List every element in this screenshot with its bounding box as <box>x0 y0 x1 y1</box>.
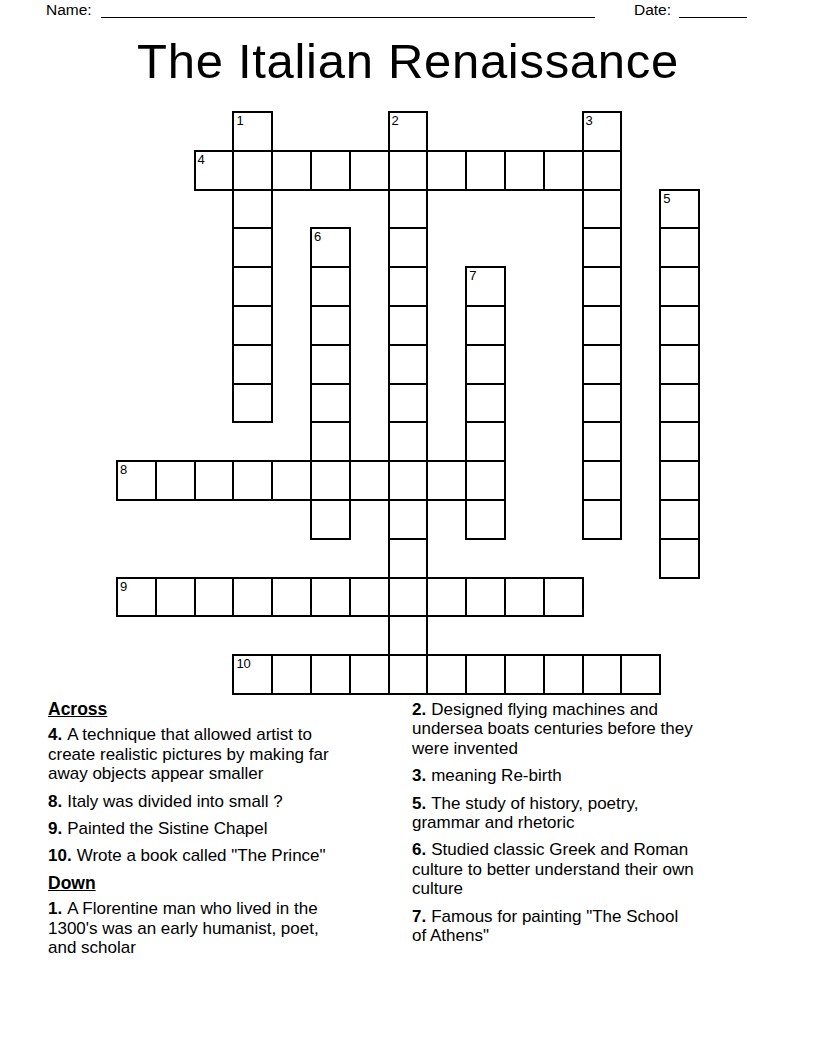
grid-cell-r7c3[interactable] <box>232 383 273 424</box>
clue-number-7: 7 <box>469 269 476 282</box>
grid-cell-r14c8[interactable] <box>426 654 467 695</box>
grid-cell-r14c6[interactable] <box>349 654 390 695</box>
grid-cell-r8c9[interactable] <box>465 421 506 462</box>
clue-number-8: 8 <box>120 463 127 476</box>
clue-text: A technique that allowed artist to creat… <box>48 725 329 783</box>
clue-number-label: 4. <box>48 725 62 744</box>
grid-cell-r2c7[interactable] <box>388 189 429 230</box>
grid-cell-r9c1[interactable] <box>155 460 196 501</box>
clue-number-label: 8. <box>48 792 62 811</box>
grid-cell-r12c9[interactable] <box>465 577 506 618</box>
grid-cell-r10c7[interactable] <box>388 499 429 540</box>
clues-column-right: 2.Designed flying machines and undersea … <box>412 700 804 953</box>
across-clue-9: 9.Painted the Sistine Chapel <box>48 819 406 838</box>
grid-cell-r10c5[interactable] <box>310 499 351 540</box>
clue-text: meaning Re-birth <box>431 766 561 785</box>
clue-number-label: 9. <box>48 819 62 838</box>
grid-cell-r9c12[interactable] <box>582 460 623 501</box>
grid-cell-r2c12[interactable] <box>582 189 623 230</box>
clue-number-10: 10 <box>236 657 250 670</box>
grid-cell-r4c12[interactable] <box>582 266 623 307</box>
grid-cell-r8c5[interactable] <box>310 421 351 462</box>
across-clues-list: 4.A technique that allowed artist to cre… <box>48 725 406 865</box>
grid-cell-r14c11[interactable] <box>543 654 584 695</box>
grid-cell-r10c12[interactable] <box>582 499 623 540</box>
clue-text: Famous for painting "The School of Athen… <box>412 907 678 945</box>
grid-cell-r6c7[interactable] <box>388 344 429 385</box>
clue-number-4: 4 <box>198 153 205 166</box>
grid-cell-r7c9[interactable] <box>465 383 506 424</box>
clue-number-2: 2 <box>392 114 399 127</box>
grid-cell-r6c14[interactable] <box>659 344 700 385</box>
clue-number-9: 9 <box>120 580 127 593</box>
grid-cell-r11c14[interactable] <box>659 538 700 579</box>
grid-cell-r9c6[interactable] <box>349 460 390 501</box>
clue-text: Italy was divided into small ? <box>67 792 282 811</box>
grid-cell-r5c7[interactable] <box>388 305 429 346</box>
grid-cell-r14c9[interactable] <box>465 654 506 695</box>
grid-cell-r14c13[interactable] <box>620 654 661 695</box>
grid-cell-r12c8[interactable] <box>426 577 467 618</box>
grid-cell-r4c3[interactable] <box>232 266 273 307</box>
down-clue-5: 5.The study of history, poetry, grammar … <box>412 794 804 833</box>
grid-cell-r1c11[interactable] <box>543 150 584 191</box>
grid-cell-r10c9[interactable] <box>465 499 506 540</box>
grid-cell-r4c5[interactable] <box>310 266 351 307</box>
grid-cell-r12c4[interactable] <box>271 577 312 618</box>
down-clue-1: 1.A Florentine man who lived in the 1300… <box>48 899 406 957</box>
clue-number-label: 5. <box>412 794 426 813</box>
grid-cell-r12c7[interactable] <box>388 577 429 618</box>
grid-cell-r9c7[interactable] <box>388 460 429 501</box>
grid-cell-r8c7[interactable] <box>388 421 429 462</box>
grid-cell-r7c5[interactable] <box>310 383 351 424</box>
grid-cell-r1c6[interactable] <box>349 150 390 191</box>
across-heading: Across <box>48 700 406 719</box>
grid-cell-r5c12[interactable] <box>582 305 623 346</box>
across-clue-4: 4.A technique that allowed artist to cre… <box>48 725 406 783</box>
grid-cell-r5c14[interactable] <box>659 305 700 346</box>
grid-cell-r1c12[interactable] <box>582 150 623 191</box>
grid-cell-r1c4[interactable] <box>271 150 312 191</box>
grid-cell-r9c3[interactable] <box>232 460 273 501</box>
grid-cell-r12c3[interactable] <box>232 577 273 618</box>
grid-cell-r9c8[interactable] <box>426 460 467 501</box>
clues-column-left: Across 4.A technique that allowed artist… <box>48 700 406 965</box>
clue-number-3: 3 <box>586 114 593 127</box>
grid-cell-r1c3[interactable] <box>232 150 273 191</box>
across-clue-8: 8.Italy was divided into small ? <box>48 792 406 811</box>
clue-number-6: 6 <box>314 230 321 243</box>
grid-cell-r14c5[interactable] <box>310 654 351 695</box>
grid-cell-r13c7[interactable] <box>388 615 429 656</box>
down-clues-list-left: 1.A Florentine man who lived in the 1300… <box>48 899 406 957</box>
clue-text: Painted the Sistine Chapel <box>67 819 267 838</box>
down-clues-list-right: 2.Designed flying machines and undersea … <box>412 700 804 945</box>
clue-text: The study of history, poetry, grammar an… <box>412 794 638 832</box>
grid-cell-r1c8[interactable] <box>426 150 467 191</box>
grid-cell-r12c10[interactable] <box>504 577 545 618</box>
grid-cell-r6c5[interactable] <box>310 344 351 385</box>
name-blank-line <box>101 17 595 18</box>
grid-cell-r6c3[interactable] <box>232 344 273 385</box>
grid-cell-r8c14[interactable] <box>659 421 700 462</box>
down-clue-6: 6.Studied classic Greek and Roman cultur… <box>412 840 804 898</box>
clue-number-label: 1. <box>48 899 62 918</box>
grid-cell-r14c7[interactable] <box>388 654 429 695</box>
grid-cell-r9c9[interactable] <box>465 460 506 501</box>
grid-cell-r7c12[interactable] <box>582 383 623 424</box>
grid-cell-r3c14[interactable] <box>659 227 700 268</box>
down-clue-3: 3.meaning Re-birth <box>412 766 804 785</box>
grid-cell-r14c10[interactable] <box>504 654 545 695</box>
down-heading: Down <box>48 874 406 893</box>
grid-cell-r9c5[interactable] <box>310 460 351 501</box>
grid-cell-r12c11[interactable] <box>543 577 584 618</box>
page-title: The Italian Renaissance <box>0 33 816 89</box>
grid-cell-r10c14[interactable] <box>659 499 700 540</box>
clue-text: A Florentine man who lived in the 1300's… <box>48 899 319 957</box>
grid-cell-r9c4[interactable] <box>271 460 312 501</box>
grid-cell-r8c12[interactable] <box>582 421 623 462</box>
grid-cell-r1c7[interactable] <box>388 150 429 191</box>
grid-cell-r3c12[interactable] <box>582 227 623 268</box>
clue-text: Wrote a book called "The Prince" <box>77 846 326 865</box>
grid-cell-r7c14[interactable] <box>659 383 700 424</box>
grid-cell-r12c5[interactable] <box>310 577 351 618</box>
grid-cell-r11c7[interactable] <box>388 538 429 579</box>
clue-number-label: 10. <box>48 846 72 865</box>
clue-number-label: 7. <box>412 907 426 926</box>
clue-number-5: 5 <box>663 192 670 205</box>
grid-cell-r1c5[interactable] <box>310 150 351 191</box>
grid-cell-r9c2[interactable] <box>194 460 235 501</box>
date-blank-line <box>679 17 747 18</box>
grid-cell-r4c14[interactable] <box>659 266 700 307</box>
down-clue-2: 2.Designed flying machines and undersea … <box>412 700 804 758</box>
grid-cell-r12c1[interactable] <box>155 577 196 618</box>
clue-text: Studied classic Greek and Roman culture … <box>412 840 694 898</box>
grid-cell-r1c9[interactable] <box>465 150 506 191</box>
grid-cell-r14c12[interactable] <box>582 654 623 695</box>
down-clue-7: 7.Famous for painting "The School of Ath… <box>412 907 804 946</box>
date-label: Date: <box>634 1 671 18</box>
grid-cell-r3c3[interactable] <box>232 227 273 268</box>
grid-cell-r6c9[interactable] <box>465 344 506 385</box>
grid-cell-r9c14[interactable] <box>659 460 700 501</box>
grid-cell-r6c12[interactable] <box>582 344 623 385</box>
clue-number-label: 2. <box>412 700 426 719</box>
grid-cell-r5c3[interactable] <box>232 305 273 346</box>
name-label: Name: <box>46 1 92 18</box>
clue-number-label: 6. <box>412 840 426 859</box>
grid-cell-r5c9[interactable] <box>465 305 506 346</box>
across-clue-10: 10.Wrote a book called "The Prince" <box>48 846 406 865</box>
grid-cell-r12c2[interactable] <box>194 577 235 618</box>
grid-cell-r7c7[interactable] <box>388 383 429 424</box>
grid-cell-r12c6[interactable] <box>349 577 390 618</box>
clue-text: Designed flying machines and undersea bo… <box>412 700 693 758</box>
grid-cell-r1c10[interactable] <box>504 150 545 191</box>
grid-cell-r14c4[interactable] <box>271 654 312 695</box>
grid-cell-r3c7[interactable] <box>388 227 429 268</box>
grid-cell-r2c3[interactable] <box>232 189 273 230</box>
clue-number-label: 3. <box>412 766 426 785</box>
grid-cell-r4c7[interactable] <box>388 266 429 307</box>
clue-number-1: 1 <box>236 114 243 127</box>
grid-cell-r5c5[interactable] <box>310 305 351 346</box>
